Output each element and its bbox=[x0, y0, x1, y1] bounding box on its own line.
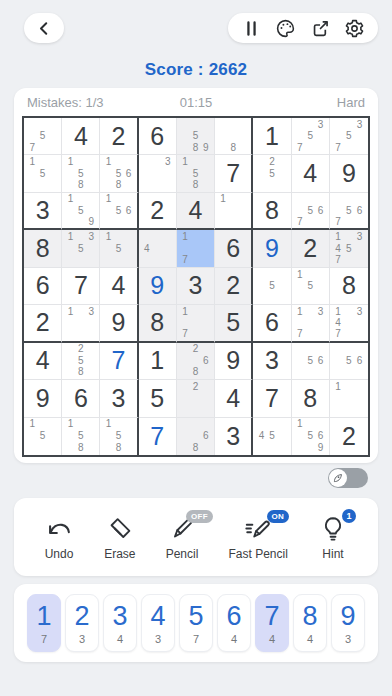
numpad-key-7[interactable]: 74 bbox=[255, 594, 289, 652]
cell-r1c8[interactable]: 357 bbox=[292, 118, 330, 155]
numpad-digit: 4 bbox=[150, 603, 165, 630]
cell-r4c1[interactable]: 8 bbox=[24, 230, 62, 267]
cell-r9c6[interactable]: 3 bbox=[215, 418, 253, 455]
cell-r5c3[interactable]: 4 bbox=[100, 268, 138, 305]
numpad-key-3[interactable]: 34 bbox=[103, 594, 137, 652]
pencil-marks: 56 bbox=[333, 344, 365, 378]
numpad-key-6[interactable]: 64 bbox=[217, 594, 251, 652]
cell-r1c5[interactable]: 589 bbox=[177, 118, 215, 155]
cell-r3c7[interactable]: 8 bbox=[253, 193, 291, 230]
pencil-marks: 137 bbox=[295, 306, 326, 339]
given-digit: 1 bbox=[253, 118, 290, 154]
pencil-marks: 567 bbox=[295, 194, 326, 227]
cell-r2c2[interactable]: 158 bbox=[62, 155, 100, 192]
undo-label: Undo bbox=[45, 547, 74, 561]
pencil-marks: 45 bbox=[256, 419, 287, 454]
numpad-digit: 3 bbox=[112, 603, 127, 630]
fast-pencil-icon: ON bbox=[243, 514, 273, 544]
cell-r3c4[interactable]: 2 bbox=[139, 193, 177, 230]
pencil-marks: 15 bbox=[27, 419, 58, 454]
pencil-marks: 567 bbox=[333, 194, 365, 227]
pencil-marks: 15 bbox=[27, 156, 58, 190]
cell-r1c6[interactable]: 8 bbox=[215, 118, 253, 155]
cell-r8c3[interactable]: 3 bbox=[100, 380, 138, 417]
given-digit: 7 bbox=[215, 155, 251, 191]
palette-icon[interactable] bbox=[275, 18, 296, 39]
given-digit: 9 bbox=[215, 343, 251, 379]
numpad-digit: 1 bbox=[36, 603, 51, 630]
cell-r7c1[interactable]: 4 bbox=[24, 343, 62, 380]
cell-r8c8[interactable]: 8 bbox=[292, 380, 330, 417]
user-digit: 9 bbox=[253, 230, 290, 266]
cell-r1c4[interactable]: 6 bbox=[139, 118, 177, 155]
cell-r5c6[interactable]: 2 bbox=[215, 268, 253, 305]
pencil-marks: 25 bbox=[256, 156, 287, 190]
pencil-marks: 158 bbox=[103, 419, 133, 454]
given-digit: 4 bbox=[215, 380, 251, 416]
pencil-marks: 357 bbox=[333, 119, 365, 153]
cell-r9c5[interactable]: 68 bbox=[177, 418, 215, 455]
pencil-marks: 1 bbox=[218, 194, 248, 227]
numpad-digit: 8 bbox=[302, 603, 317, 630]
cell-r5c2[interactable]: 7 bbox=[62, 268, 100, 305]
cell-r6c2[interactable]: 13 bbox=[62, 305, 100, 342]
given-digit: 9 bbox=[100, 305, 136, 340]
cell-r9c9[interactable]: 2 bbox=[330, 418, 368, 455]
numpad-remaining-count: 3 bbox=[345, 633, 351, 645]
undo-button[interactable]: Undo bbox=[44, 514, 74, 561]
cell-r1c9[interactable]: 357 bbox=[330, 118, 368, 155]
back-button[interactable] bbox=[24, 13, 64, 43]
cell-r6c3[interactable]: 9 bbox=[100, 305, 138, 342]
cell-r6c1[interactable]: 2 bbox=[24, 305, 62, 342]
given-digit: 4 bbox=[100, 268, 136, 304]
cell-r7c4[interactable]: 1 bbox=[139, 343, 177, 380]
numpad-remaining-count: 4 bbox=[231, 633, 237, 645]
settings-icon[interactable] bbox=[344, 18, 365, 39]
pause-button[interactable] bbox=[241, 18, 262, 39]
pencil-marks: 158 bbox=[65, 419, 96, 454]
cell-r8c1[interactable]: 9 bbox=[24, 380, 62, 417]
cell-r2c6[interactable]: 7 bbox=[215, 155, 253, 192]
pencil-marks: 158 bbox=[65, 156, 96, 190]
pencil-marks: 1569 bbox=[295, 419, 326, 454]
given-digit: 9 bbox=[24, 380, 61, 416]
rocket-mode-toggle[interactable] bbox=[328, 468, 368, 488]
given-digit: 2 bbox=[139, 193, 176, 228]
given-digit: 5 bbox=[215, 305, 251, 340]
cell-r5c9[interactable]: 8 bbox=[330, 268, 368, 305]
cell-r1c7[interactable]: 1 bbox=[253, 118, 291, 155]
cell-r5c1[interactable]: 6 bbox=[24, 268, 62, 305]
pencil-state-badge: OFF bbox=[186, 510, 213, 523]
cell-r8c6[interactable]: 4 bbox=[215, 380, 253, 417]
cell-r2c9[interactable]: 9 bbox=[330, 155, 368, 192]
cell-r2c3[interactable]: 1568 bbox=[100, 155, 138, 192]
top-bar bbox=[0, 13, 392, 43]
user-digit: 7 bbox=[139, 418, 176, 455]
pencil-label: Pencil bbox=[166, 547, 199, 561]
given-digit: 7 bbox=[253, 380, 290, 416]
given-digit: 4 bbox=[292, 155, 329, 191]
cell-r4c4[interactable]: 4 bbox=[139, 230, 177, 267]
cell-r8c4[interactable]: 5 bbox=[139, 380, 177, 417]
given-digit: 3 bbox=[24, 193, 61, 228]
numpad: 172334435764748493 bbox=[14, 584, 378, 662]
fast-pencil-label: Fast Pencil bbox=[228, 547, 287, 561]
given-digit: 6 bbox=[24, 268, 61, 304]
numpad-key-2[interactable]: 23 bbox=[65, 594, 99, 652]
hint-count-badge: 1 bbox=[342, 509, 356, 523]
pencil-marks: 135 bbox=[65, 231, 96, 265]
given-digit: 6 bbox=[62, 380, 99, 416]
toggle-knob bbox=[329, 469, 347, 487]
numpad-digit: 7 bbox=[264, 603, 279, 630]
cell-r6c7[interactable]: 6 bbox=[253, 305, 291, 342]
pencil-marks: 2 bbox=[180, 381, 211, 415]
cell-r3c9[interactable]: 567 bbox=[330, 193, 368, 230]
user-digit: 7 bbox=[100, 343, 136, 379]
back-icon bbox=[34, 18, 55, 39]
cell-r9c8[interactable]: 1569 bbox=[292, 418, 330, 455]
pencil-marks: 268 bbox=[180, 344, 211, 378]
pencil-marks: 17 bbox=[180, 306, 211, 339]
status-row: Mistakes: 1/3 01:15 Hard bbox=[14, 88, 378, 116]
given-digit: 6 bbox=[139, 118, 176, 154]
given-digit: 3 bbox=[253, 343, 290, 379]
given-digit: 8 bbox=[253, 193, 290, 228]
given-digit: 4 bbox=[24, 343, 61, 379]
cell-r2c1[interactable]: 15 bbox=[24, 155, 62, 192]
cell-r9c7[interactable]: 45 bbox=[253, 418, 291, 455]
numpad-digit: 2 bbox=[74, 603, 89, 630]
cell-r7c8[interactable]: 56 bbox=[292, 343, 330, 380]
toolbar: Undo Erase OFF Pencil ON bbox=[14, 498, 378, 576]
cell-r5c7[interactable]: 5 bbox=[253, 268, 291, 305]
fast-pencil-state-badge: ON bbox=[267, 510, 290, 523]
cell-r7c9[interactable]: 56 bbox=[330, 343, 368, 380]
given-digit: 4 bbox=[62, 118, 99, 154]
pencil-marks: 158 bbox=[180, 156, 211, 190]
given-digit: 4 bbox=[177, 193, 214, 228]
fast-pencil-button[interactable]: ON Fast Pencil bbox=[228, 514, 287, 561]
score-label: Score : 2662 bbox=[0, 60, 392, 80]
numpad-digit: 5 bbox=[188, 603, 203, 630]
numpad-remaining-count: 4 bbox=[269, 633, 275, 645]
given-digit: 2 bbox=[100, 118, 136, 154]
cell-r8c2[interactable]: 6 bbox=[62, 380, 100, 417]
cell-r2c4[interactable]: 3 bbox=[139, 155, 177, 192]
pencil-icon: OFF bbox=[167, 514, 197, 544]
given-digit: 8 bbox=[292, 380, 329, 416]
cell-r7c3[interactable]: 7 bbox=[100, 343, 138, 380]
given-digit: 9 bbox=[330, 155, 368, 191]
pencil-marks: 15 bbox=[295, 269, 326, 303]
given-digit: 2 bbox=[215, 268, 251, 304]
pencil-marks: 13457 bbox=[333, 231, 365, 265]
cell-r4c2[interactable]: 135 bbox=[62, 230, 100, 267]
pencil-marks: 3 bbox=[142, 156, 173, 190]
cell-r9c3[interactable]: 158 bbox=[100, 418, 138, 455]
given-digit: 3 bbox=[215, 418, 251, 455]
numpad-remaining-count: 4 bbox=[117, 633, 123, 645]
pencil-marks: 56 bbox=[295, 344, 326, 378]
numpad-key-9[interactable]: 93 bbox=[331, 594, 365, 652]
pencil-marks: 15 bbox=[103, 231, 133, 265]
pencil-marks: 1568 bbox=[103, 156, 133, 190]
given-digit: 1 bbox=[139, 343, 176, 379]
erase-button[interactable]: Erase bbox=[104, 514, 135, 561]
undo-icon bbox=[44, 514, 74, 544]
cell-r3c5[interactable]: 4 bbox=[177, 193, 215, 230]
pencil-marks: 156 bbox=[103, 194, 133, 227]
user-digit: 9 bbox=[139, 268, 176, 304]
numpad-key-4[interactable]: 43 bbox=[141, 594, 175, 652]
given-digit: 3 bbox=[100, 380, 136, 416]
given-digit: 7 bbox=[62, 268, 99, 304]
cell-r9c1[interactable]: 15 bbox=[24, 418, 62, 455]
cell-r4c6[interactable]: 6 bbox=[215, 230, 253, 267]
cell-r5c5[interactable]: 3 bbox=[177, 268, 215, 305]
cell-r4c3[interactable]: 15 bbox=[100, 230, 138, 267]
given-digit: 6 bbox=[215, 230, 251, 266]
numpad-digit: 9 bbox=[340, 603, 355, 630]
cell-r1c2[interactable]: 4 bbox=[62, 118, 100, 155]
pencil-marks: 1 bbox=[333, 381, 365, 415]
cell-r7c2[interactable]: 258 bbox=[62, 343, 100, 380]
cell-r8c9[interactable]: 1 bbox=[330, 380, 368, 417]
numpad-key-1[interactable]: 17 bbox=[27, 594, 61, 652]
hint-label: Hint bbox=[322, 547, 343, 561]
cell-r4c8[interactable]: 2 bbox=[292, 230, 330, 267]
pencil-marks: 5 bbox=[256, 269, 287, 303]
given-digit: 5 bbox=[139, 380, 176, 416]
pencil-marks: 8 bbox=[218, 119, 248, 153]
pencil-marks: 68 bbox=[180, 419, 211, 454]
pencil-marks: 159 bbox=[65, 194, 96, 227]
numpad-remaining-count: 3 bbox=[155, 633, 161, 645]
given-digit: 8 bbox=[24, 230, 61, 266]
difficulty-label: Hard bbox=[337, 95, 365, 110]
cell-r1c3[interactable]: 2 bbox=[100, 118, 138, 155]
cell-r2c5[interactable]: 158 bbox=[177, 155, 215, 192]
cell-r8c7[interactable]: 7 bbox=[253, 380, 291, 417]
cell-r3c3[interactable]: 156 bbox=[100, 193, 138, 230]
mistakes-label: Mistakes: 1/3 bbox=[27, 95, 104, 110]
given-digit: 2 bbox=[24, 305, 61, 340]
cell-r2c7[interactable]: 25 bbox=[253, 155, 291, 192]
cell-r6c8[interactable]: 137 bbox=[292, 305, 330, 342]
given-digit: 8 bbox=[330, 268, 368, 304]
erase-icon bbox=[105, 514, 135, 544]
cell-r8c5[interactable]: 2 bbox=[177, 380, 215, 417]
numpad-remaining-count: 7 bbox=[193, 633, 199, 645]
game-card: Mistakes: 1/3 01:15 Hard 574265898135735… bbox=[14, 88, 378, 463]
cell-r6c4[interactable]: 8 bbox=[139, 305, 177, 342]
cell-r9c2[interactable]: 158 bbox=[62, 418, 100, 455]
pencil-marks: 13 bbox=[65, 306, 96, 339]
share-icon[interactable] bbox=[310, 18, 331, 39]
cell-r6c5[interactable]: 17 bbox=[177, 305, 215, 342]
pencil-marks: 57 bbox=[27, 119, 58, 153]
numpad-digit: 6 bbox=[226, 603, 241, 630]
topbar-actions bbox=[228, 13, 378, 43]
cell-r9c4[interactable]: 7 bbox=[139, 418, 177, 455]
cell-r4c9[interactable]: 13457 bbox=[330, 230, 368, 267]
pencil-marks: 4 bbox=[142, 231, 173, 265]
hint-icon: 1 bbox=[318, 514, 348, 544]
cell-r7c7[interactable]: 3 bbox=[253, 343, 291, 380]
pencil-marks: 17 bbox=[180, 231, 211, 265]
cell-r5c8[interactable]: 15 bbox=[292, 268, 330, 305]
cell-r3c6[interactable]: 1 bbox=[215, 193, 253, 230]
given-digit: 8 bbox=[139, 305, 176, 340]
numpad-remaining-count: 3 bbox=[79, 633, 85, 645]
pencil-marks: 589 bbox=[180, 119, 211, 153]
cell-r4c7[interactable]: 9 bbox=[253, 230, 291, 267]
cell-r6c6[interactable]: 5 bbox=[215, 305, 253, 342]
sudoku-board: 5742658981357357151581568315872549315915… bbox=[22, 116, 370, 457]
pencil-marks: 258 bbox=[65, 344, 96, 378]
given-digit: 6 bbox=[253, 305, 290, 340]
numpad-remaining-count: 4 bbox=[307, 633, 313, 645]
cell-r2c8[interactable]: 4 bbox=[292, 155, 330, 192]
pencil-button[interactable]: OFF Pencil bbox=[166, 514, 199, 561]
toggle-row bbox=[328, 468, 368, 488]
numpad-key-5[interactable]: 57 bbox=[179, 594, 213, 652]
erase-label: Erase bbox=[104, 547, 135, 561]
rocket-icon bbox=[332, 472, 344, 484]
cell-r3c2[interactable]: 159 bbox=[62, 193, 100, 230]
pencil-marks: 357 bbox=[295, 119, 326, 153]
cell-r4c5[interactable]: 17 bbox=[177, 230, 215, 267]
cell-r7c5[interactable]: 268 bbox=[177, 343, 215, 380]
numpad-remaining-count: 7 bbox=[41, 633, 47, 645]
cell-r3c8[interactable]: 567 bbox=[292, 193, 330, 230]
given-digit: 3 bbox=[177, 268, 214, 304]
hint-button[interactable]: 1 Hint bbox=[318, 514, 348, 561]
given-digit: 2 bbox=[330, 418, 368, 455]
cell-r3c1[interactable]: 3 bbox=[24, 193, 62, 230]
cell-r7c6[interactable]: 9 bbox=[215, 343, 253, 380]
numpad-key-8[interactable]: 84 bbox=[293, 594, 327, 652]
pencil-marks: 1347 bbox=[333, 306, 365, 339]
cell-r1c1[interactable]: 57 bbox=[24, 118, 62, 155]
cell-r6c9[interactable]: 1347 bbox=[330, 305, 368, 342]
given-digit: 2 bbox=[292, 230, 329, 266]
cell-r5c4[interactable]: 9 bbox=[139, 268, 177, 305]
